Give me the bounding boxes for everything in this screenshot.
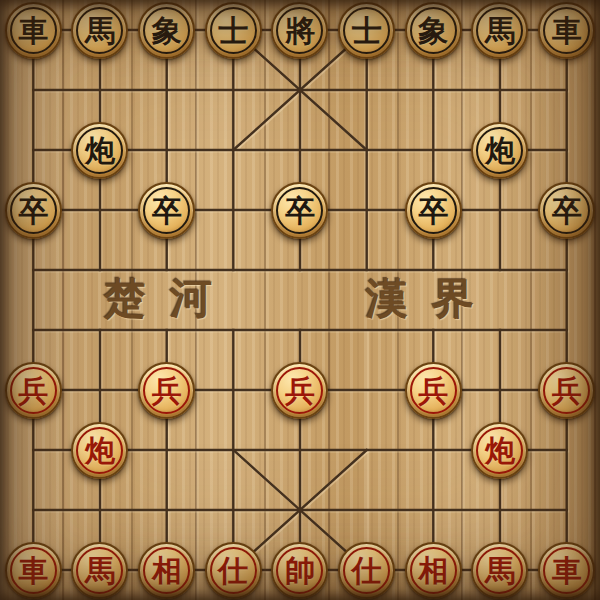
intersection-grid: 車馬象士將士象馬車炮炮卒卒卒卒卒兵兵兵兵兵炮炮車馬相仕帥仕相馬車 [0, 0, 600, 600]
intersection-d9[interactable] [200, 60, 267, 120]
piece-black-advisor[interactable]: 士 [205, 2, 262, 59]
piece-black-general[interactable]: 將 [271, 2, 328, 59]
intersection-e7[interactable]: 卒 [267, 180, 334, 240]
piece-black-chariot[interactable]: 車 [5, 2, 62, 59]
intersection-b5[interactable] [67, 300, 134, 360]
intersection-h5[interactable] [467, 300, 534, 360]
intersection-a3[interactable] [0, 420, 67, 480]
intersection-e4[interactable]: 兵 [267, 360, 334, 420]
piece-glyph: 兵 [285, 376, 315, 406]
piece-black-soldier[interactable]: 卒 [538, 182, 595, 239]
piece-glyph: 象 [152, 16, 182, 46]
intersection-g8[interactable] [400, 120, 467, 180]
intersection-e6[interactable] [267, 240, 334, 300]
intersection-c7[interactable]: 卒 [133, 180, 200, 240]
piece-glyph: 炮 [85, 136, 115, 166]
piece-glyph: 卒 [552, 196, 582, 226]
piece-red-cannon[interactable]: 炮 [471, 422, 528, 479]
piece-red-advisor[interactable]: 仕 [338, 542, 395, 599]
piece-glyph: 兵 [418, 376, 448, 406]
piece-red-horse[interactable]: 馬 [471, 542, 528, 599]
intersection-a1[interactable]: 車 [0, 540, 67, 600]
intersection-d5[interactable] [200, 300, 267, 360]
intersection-a6[interactable] [0, 240, 67, 300]
intersection-d8[interactable] [200, 120, 267, 180]
piece-black-cannon[interactable]: 炮 [471, 122, 528, 179]
piece-glyph: 相 [152, 556, 182, 586]
piece-red-soldier[interactable]: 兵 [271, 362, 328, 419]
intersection-h4[interactable] [467, 360, 534, 420]
intersection-d2[interactable] [200, 480, 267, 540]
intersection-f7[interactable] [333, 180, 400, 240]
piece-glyph: 象 [418, 16, 448, 46]
intersection-f2[interactable] [333, 480, 400, 540]
intersection-f10[interactable]: 士 [333, 0, 400, 60]
intersection-i10[interactable]: 車 [533, 0, 600, 60]
intersection-e8[interactable] [267, 120, 334, 180]
intersection-h6[interactable] [467, 240, 534, 300]
intersection-c1[interactable]: 相 [133, 540, 200, 600]
piece-glyph: 卒 [418, 196, 448, 226]
intersection-b3[interactable]: 炮 [67, 420, 134, 480]
intersection-c2[interactable] [133, 480, 200, 540]
intersection-e1[interactable]: 帥 [267, 540, 334, 600]
intersection-c4[interactable]: 兵 [133, 360, 200, 420]
piece-glyph: 士 [218, 16, 248, 46]
piece-red-soldier[interactable]: 兵 [5, 362, 62, 419]
piece-black-horse[interactable]: 馬 [471, 2, 528, 59]
intersection-e10[interactable]: 將 [267, 0, 334, 60]
piece-glyph: 炮 [85, 436, 115, 466]
intersection-h10[interactable]: 馬 [467, 0, 534, 60]
intersection-g6[interactable] [400, 240, 467, 300]
intersection-a4[interactable]: 兵 [0, 360, 67, 420]
intersection-a9[interactable] [0, 60, 67, 120]
intersection-f9[interactable] [333, 60, 400, 120]
intersection-b6[interactable] [67, 240, 134, 300]
piece-glyph: 炮 [485, 436, 515, 466]
intersection-h8[interactable]: 炮 [467, 120, 534, 180]
intersection-h1[interactable]: 馬 [467, 540, 534, 600]
piece-red-soldier[interactable]: 兵 [138, 362, 195, 419]
piece-glyph: 馬 [485, 16, 515, 46]
piece-red-elephant[interactable]: 相 [405, 542, 462, 599]
intersection-b7[interactable] [67, 180, 134, 240]
piece-red-soldier[interactable]: 兵 [538, 362, 595, 419]
xiangqi-board: 楚河 漢界 車馬象士將士象馬車炮炮卒卒卒卒卒兵兵兵兵兵炮炮車馬相仕帥仕相馬車 [0, 0, 600, 600]
intersection-a7[interactable]: 卒 [0, 180, 67, 240]
intersection-e9[interactable] [267, 60, 334, 120]
piece-red-elephant[interactable]: 相 [138, 542, 195, 599]
intersection-i2[interactable] [533, 480, 600, 540]
piece-red-chariot[interactable]: 車 [538, 542, 595, 599]
intersection-i8[interactable] [533, 120, 600, 180]
intersection-h9[interactable] [467, 60, 534, 120]
intersection-e3[interactable] [267, 420, 334, 480]
intersection-d4[interactable] [200, 360, 267, 420]
intersection-d7[interactable] [200, 180, 267, 240]
intersection-e5[interactable] [267, 300, 334, 360]
intersection-g9[interactable] [400, 60, 467, 120]
piece-glyph: 將 [285, 16, 315, 46]
piece-glyph: 車 [18, 556, 48, 586]
intersection-a5[interactable] [0, 300, 67, 360]
piece-glyph: 卒 [152, 196, 182, 226]
intersection-f4[interactable] [333, 360, 400, 420]
piece-glyph: 帥 [285, 556, 315, 586]
intersection-g2[interactable] [400, 480, 467, 540]
intersection-g10[interactable]: 象 [400, 0, 467, 60]
intersection-i4[interactable]: 兵 [533, 360, 600, 420]
intersection-f5[interactable] [333, 300, 400, 360]
piece-glyph: 炮 [485, 136, 515, 166]
piece-red-chariot[interactable]: 車 [5, 542, 62, 599]
intersection-d3[interactable] [200, 420, 267, 480]
intersection-g3[interactable] [400, 420, 467, 480]
intersection-c6[interactable] [133, 240, 200, 300]
intersection-c9[interactable] [133, 60, 200, 120]
piece-glyph: 兵 [152, 376, 182, 406]
piece-glyph: 車 [18, 16, 48, 46]
intersection-i3[interactable] [533, 420, 600, 480]
piece-glyph: 兵 [552, 376, 582, 406]
piece-glyph: 卒 [285, 196, 315, 226]
piece-black-soldier[interactable]: 卒 [405, 182, 462, 239]
piece-glyph: 車 [552, 556, 582, 586]
piece-glyph: 兵 [18, 376, 48, 406]
piece-black-soldier[interactable]: 卒 [271, 182, 328, 239]
intersection-f8[interactable] [333, 120, 400, 180]
intersection-g1[interactable]: 相 [400, 540, 467, 600]
intersection-i6[interactable] [533, 240, 600, 300]
intersection-b8[interactable]: 炮 [67, 120, 134, 180]
piece-glyph: 卒 [18, 196, 48, 226]
intersection-g7[interactable]: 卒 [400, 180, 467, 240]
piece-red-general[interactable]: 帥 [271, 542, 328, 599]
piece-black-advisor[interactable]: 士 [338, 2, 395, 59]
intersection-d1[interactable]: 仕 [200, 540, 267, 600]
intersection-i1[interactable]: 車 [533, 540, 600, 600]
piece-red-horse[interactable]: 馬 [71, 542, 128, 599]
piece-black-cannon[interactable]: 炮 [71, 122, 128, 179]
intersection-b1[interactable]: 馬 [67, 540, 134, 600]
piece-glyph: 車 [552, 16, 582, 46]
intersection-c3[interactable] [133, 420, 200, 480]
piece-glyph: 相 [418, 556, 448, 586]
intersection-i5[interactable] [533, 300, 600, 360]
intersection-c10[interactable]: 象 [133, 0, 200, 60]
intersection-h7[interactable] [467, 180, 534, 240]
intersection-h2[interactable] [467, 480, 534, 540]
piece-black-chariot[interactable]: 車 [538, 2, 595, 59]
intersection-i9[interactable] [533, 60, 600, 120]
intersection-b10[interactable]: 馬 [67, 0, 134, 60]
piece-black-soldier[interactable]: 卒 [5, 182, 62, 239]
intersection-a2[interactable] [0, 480, 67, 540]
intersection-f3[interactable] [333, 420, 400, 480]
piece-black-soldier[interactable]: 卒 [138, 182, 195, 239]
piece-glyph: 馬 [85, 16, 115, 46]
intersection-a8[interactable] [0, 120, 67, 180]
intersection-c8[interactable] [133, 120, 200, 180]
intersection-g5[interactable] [400, 300, 467, 360]
intersection-f6[interactable] [333, 240, 400, 300]
piece-black-elephant[interactable]: 象 [405, 2, 462, 59]
intersection-h3[interactable]: 炮 [467, 420, 534, 480]
piece-glyph: 馬 [85, 556, 115, 586]
piece-red-cannon[interactable]: 炮 [71, 422, 128, 479]
piece-glyph: 馬 [485, 556, 515, 586]
intersection-i7[interactable]: 卒 [533, 180, 600, 240]
intersection-a10[interactable]: 車 [0, 0, 67, 60]
piece-glyph: 士 [352, 16, 382, 46]
intersection-g4[interactable]: 兵 [400, 360, 467, 420]
piece-black-elephant[interactable]: 象 [138, 2, 195, 59]
intersection-b9[interactable] [67, 60, 134, 120]
piece-glyph: 仕 [352, 556, 382, 586]
piece-black-horse[interactable]: 馬 [71, 2, 128, 59]
piece-red-soldier[interactable]: 兵 [405, 362, 462, 419]
intersection-b4[interactable] [67, 360, 134, 420]
piece-red-advisor[interactable]: 仕 [205, 542, 262, 599]
piece-glyph: 仕 [218, 556, 248, 586]
intersection-c5[interactable] [133, 300, 200, 360]
intersection-f1[interactable]: 仕 [333, 540, 400, 600]
intersection-d10[interactable]: 士 [200, 0, 267, 60]
intersection-d6[interactable] [200, 240, 267, 300]
intersection-e2[interactable] [267, 480, 334, 540]
intersection-b2[interactable] [67, 480, 134, 540]
